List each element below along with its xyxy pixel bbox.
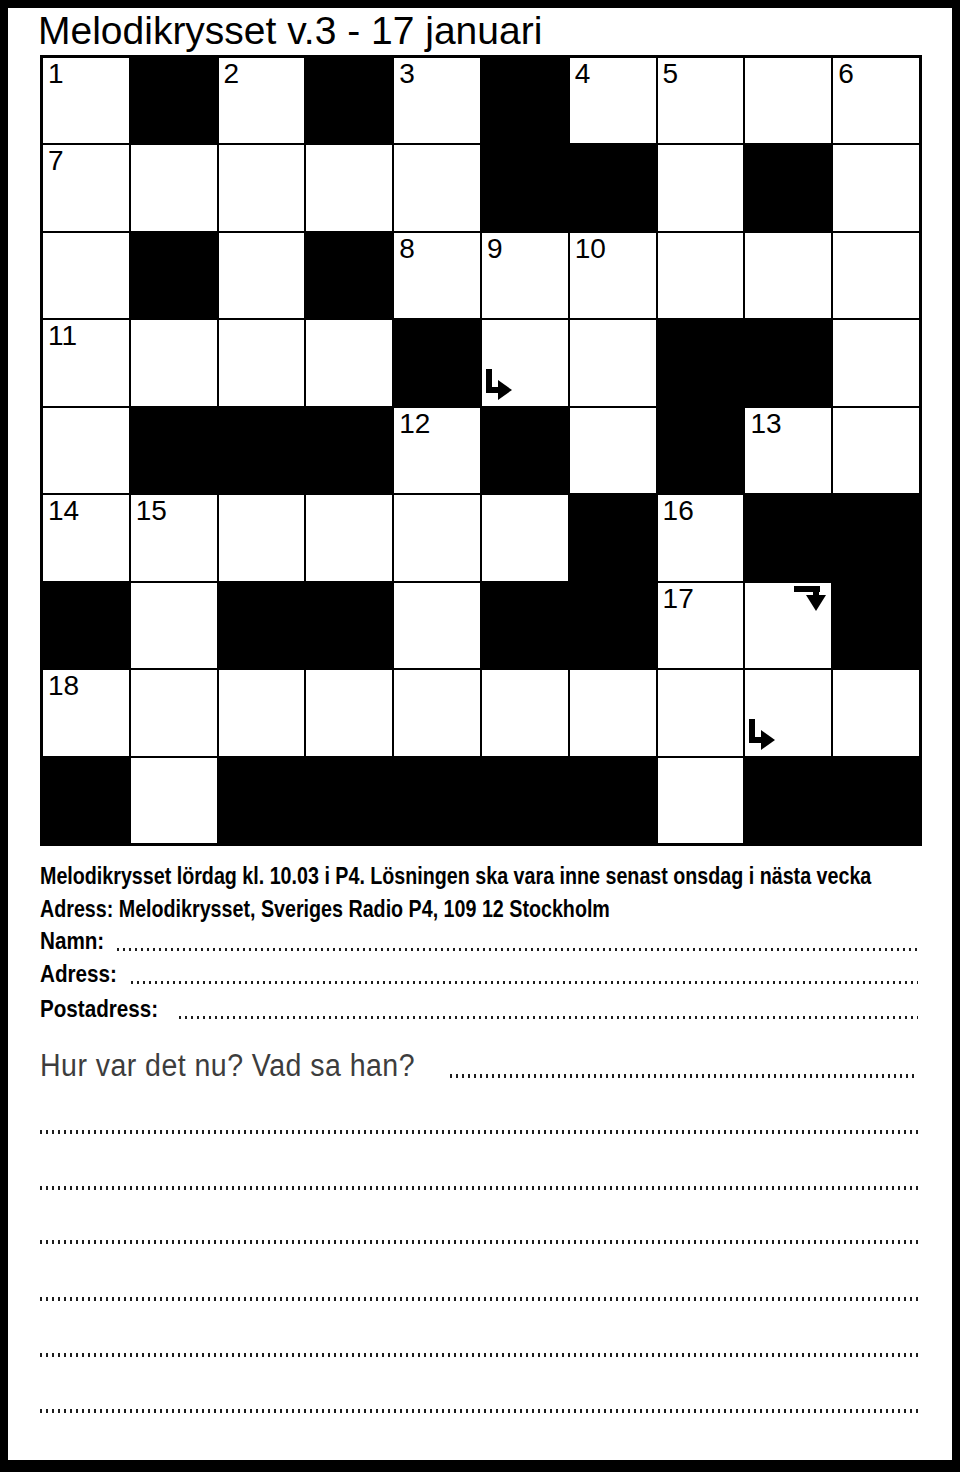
form-line-postadress: Postadress: — [40, 997, 918, 1021]
blocked-cell-r1c2 — [130, 57, 218, 144]
grid-cell-r6c2[interactable]: 15 — [130, 494, 218, 581]
grid-cell-r8c3[interactable] — [218, 669, 306, 756]
grid-cell-r3c10[interactable] — [832, 232, 920, 319]
blocked-cell-r9c6 — [481, 757, 569, 844]
answer-write-line[interactable] — [40, 1130, 918, 1134]
grid-cell-r4c10[interactable] — [832, 319, 920, 406]
form-write-in-line[interactable] — [117, 948, 918, 951]
blocked-cell-r7c4 — [305, 582, 393, 669]
blocked-cell-r5c4 — [305, 407, 393, 494]
grid-cell-r1c10[interactable]: 6 — [832, 57, 920, 144]
grid-cell-r2c8[interactable] — [657, 144, 745, 231]
broadcast-info-text: Melodikrysset lördag kl. 10.03 i P4. Lös… — [40, 864, 871, 888]
grid-cell-r8c5[interactable] — [393, 669, 481, 756]
clue-number: 18 — [48, 671, 79, 702]
grid-cell-r4c4[interactable] — [305, 319, 393, 406]
clue-number: 13 — [750, 409, 781, 440]
grid-cell-r9c8[interactable] — [657, 757, 745, 844]
grid-cell-r3c5[interactable]: 8 — [393, 232, 481, 319]
grid-cell-r6c8[interactable]: 16 — [657, 494, 745, 581]
blocked-cell-r9c4 — [305, 757, 393, 844]
blocked-cell-r2c6 — [481, 144, 569, 231]
form-line-namn: Namn: — [40, 929, 918, 953]
clue-number: 15 — [136, 496, 167, 527]
clue-number: 14 — [48, 496, 79, 527]
question-prompt: Hur var det nu? Vad sa han? — [40, 1050, 415, 1081]
clue-number: 7 — [48, 146, 64, 177]
blocked-cell-r1c6 — [481, 57, 569, 144]
blocked-cell-r5c6 — [481, 407, 569, 494]
grid-cell-r1c3[interactable]: 2 — [218, 57, 306, 144]
form-label: Adress: — [40, 962, 117, 986]
answer-write-line[interactable] — [40, 1240, 918, 1244]
grid-cell-r6c3[interactable] — [218, 494, 306, 581]
grid-cell-r2c4[interactable] — [305, 144, 393, 231]
grid-cell-r4c7[interactable] — [569, 319, 657, 406]
grid-cell-r1c1[interactable]: 1 — [42, 57, 130, 144]
grid-cell-r1c8[interactable]: 5 — [657, 57, 745, 144]
grid-cell-r6c4[interactable] — [305, 494, 393, 581]
clue-number: 10 — [575, 234, 606, 265]
answer-write-line[interactable] — [40, 1353, 918, 1357]
grid-cell-r2c3[interactable] — [218, 144, 306, 231]
grid-cell-r4c1[interactable]: 11 — [42, 319, 130, 406]
continuation-arrow-icon — [746, 719, 776, 751]
grid-cell-r6c5[interactable] — [393, 494, 481, 581]
blocked-cell-r7c1 — [42, 582, 130, 669]
broadcast-info-line: Melodikrysset lördag kl. 10.03 i P4. Lös… — [40, 864, 960, 888]
grid-cell-r9c2[interactable] — [130, 757, 218, 844]
blocked-cell-r9c7 — [569, 757, 657, 844]
blocked-cell-r9c10 — [832, 757, 920, 844]
clue-number: 11 — [48, 321, 77, 352]
clue-number: 2 — [224, 59, 240, 90]
blocked-cell-r3c2 — [130, 232, 218, 319]
grid-cell-r6c1[interactable]: 14 — [42, 494, 130, 581]
form-write-in-line[interactable] — [131, 981, 918, 984]
continuation-arrow-icon — [483, 369, 513, 401]
postal-address-text: Adress: Melodikrysset, Sveriges Radio P4… — [40, 897, 610, 921]
page: Melodikrysset v.3 - 17 januari 123456789… — [0, 0, 960, 1472]
clue-number: 12 — [399, 409, 430, 440]
form-label: Namn: — [40, 929, 104, 953]
grid-cell-r8c4[interactable] — [305, 669, 393, 756]
question-write-in-line[interactable] — [450, 1074, 918, 1078]
grid-cell-r8c1[interactable]: 18 — [42, 669, 130, 756]
grid-cell-r2c5[interactable] — [393, 144, 481, 231]
grid-cell-r3c9[interactable] — [744, 232, 832, 319]
clue-number: 17 — [663, 584, 694, 615]
grid-cell-r1c9[interactable] — [744, 57, 832, 144]
grid-cell-r2c1[interactable]: 7 — [42, 144, 130, 231]
clue-number: 8 — [399, 234, 415, 265]
clue-number: 4 — [575, 59, 591, 90]
grid-cell-r3c8[interactable] — [657, 232, 745, 319]
blocked-cell-r2c7 — [569, 144, 657, 231]
blocked-cell-r7c6 — [481, 582, 569, 669]
form-write-in-line[interactable] — [179, 1016, 918, 1019]
answer-write-line[interactable] — [40, 1409, 918, 1413]
blocked-cell-r3c4 — [305, 232, 393, 319]
grid-cell-r5c5[interactable]: 12 — [393, 407, 481, 494]
blocked-cell-r4c5 — [393, 319, 481, 406]
blocked-cell-r1c4 — [305, 57, 393, 144]
blocked-cell-r4c8 — [657, 319, 745, 406]
crossword-grid: 123456789101112131415161718 — [40, 55, 922, 846]
grid-cell-r1c5[interactable]: 3 — [393, 57, 481, 144]
grid-cell-r8c8[interactable] — [657, 669, 745, 756]
clue-number: 5 — [663, 59, 679, 90]
blocked-cell-r5c8 — [657, 407, 745, 494]
blocked-cell-r7c7 — [569, 582, 657, 669]
grid-cell-r8c7[interactable] — [569, 669, 657, 756]
answer-write-line[interactable] — [40, 1297, 918, 1301]
blocked-cell-r5c3 — [218, 407, 306, 494]
blocked-cell-r9c3 — [218, 757, 306, 844]
clue-number: 9 — [487, 234, 503, 265]
answer-write-line[interactable] — [40, 1186, 918, 1190]
blocked-cell-r7c3 — [218, 582, 306, 669]
grid-cell-r3c3[interactable] — [218, 232, 306, 319]
grid-cell-r8c6[interactable] — [481, 669, 569, 756]
blocked-cell-r7c10 — [832, 582, 920, 669]
grid-cell-r3c6[interactable]: 9 — [481, 232, 569, 319]
blocked-cell-r6c9 — [744, 494, 832, 581]
grid-cell-r8c2[interactable] — [130, 669, 218, 756]
grid-cell-r7c5[interactable] — [393, 582, 481, 669]
grid-cell-r6c6[interactable] — [481, 494, 569, 581]
grid-cell-r3c1[interactable] — [42, 232, 130, 319]
grid-cell-r8c10[interactable] — [832, 669, 920, 756]
grid-cell-r5c1[interactable] — [42, 407, 130, 494]
clue-number: 6 — [838, 59, 854, 90]
grid-cell-r2c10[interactable] — [832, 144, 920, 231]
blocked-cell-r6c10 — [832, 494, 920, 581]
continuation-arrow-icon — [794, 586, 828, 612]
blocked-cell-r9c1 — [42, 757, 130, 844]
blocked-cell-r2c9 — [744, 144, 832, 231]
blocked-cell-r4c9 — [744, 319, 832, 406]
grid-cell-r5c10[interactable] — [832, 407, 920, 494]
grid-cell-r7c2[interactable] — [130, 582, 218, 669]
grid-cell-r7c8[interactable]: 17 — [657, 582, 745, 669]
grid-cell-r4c2[interactable] — [130, 319, 218, 406]
grid-cell-r3c7[interactable]: 10 — [569, 232, 657, 319]
puzzle-title: Melodikrysset v.3 - 17 januari — [38, 10, 542, 53]
question-line: Hur var det nu? Vad sa han? — [40, 1050, 918, 1081]
clue-number: 3 — [399, 59, 415, 90]
blocked-cell-r5c2 — [130, 407, 218, 494]
grid-cell-r4c3[interactable] — [218, 319, 306, 406]
clue-number: 16 — [663, 496, 694, 527]
blocked-cell-r9c5 — [393, 757, 481, 844]
grid-cell-r5c7[interactable] — [569, 407, 657, 494]
grid-cell-r2c2[interactable] — [130, 144, 218, 231]
grid-cell-r1c7[interactable]: 4 — [569, 57, 657, 144]
blocked-cell-r9c9 — [744, 757, 832, 844]
clue-number: 1 — [48, 59, 64, 90]
postal-address-line: Adress: Melodikrysset, Sveriges Radio P4… — [40, 897, 735, 921]
blocked-cell-r6c7 — [569, 494, 657, 581]
form-label: Postadress: — [40, 997, 158, 1021]
form-line-adress: Adress: — [40, 962, 918, 986]
grid-cell-r5c9[interactable]: 13 — [744, 407, 832, 494]
